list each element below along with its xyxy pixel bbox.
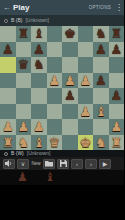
square-e8[interactable]: ♚ — [62, 26, 78, 42]
white-n-piece: ♞ — [95, 135, 107, 151]
square-g7[interactable]: ♟ — [93, 42, 109, 58]
square-e3[interactable] — [62, 104, 78, 120]
open-button[interactable] — [43, 159, 55, 169]
square-e7[interactable] — [62, 42, 78, 58]
black-p-piece: ♟ — [95, 42, 107, 58]
square-e1[interactable] — [62, 135, 78, 151]
new-button[interactable]: New — [31, 159, 41, 169]
black-p-piece: ♟ — [110, 88, 122, 104]
square-e4[interactable]: ♟ — [62, 88, 78, 104]
bottom-player-name: B (W) — [11, 151, 24, 156]
square-f5[interactable]: ♟ — [78, 73, 94, 89]
black-b-piece: ♝ — [33, 26, 45, 42]
square-g3[interactable]: ♝ — [93, 104, 109, 120]
bottom-player-bar: B (W) [Unknown] — [0, 150, 124, 157]
square-d2[interactable] — [47, 119, 63, 135]
square-b3[interactable] — [16, 104, 32, 120]
white-q-piece: ♛ — [48, 135, 60, 151]
square-f4[interactable] — [78, 88, 94, 104]
square-e6[interactable] — [62, 57, 78, 73]
square-c2[interactable]: ♟ — [31, 119, 47, 135]
collapse-button[interactable]: ∨ — [17, 159, 29, 169]
black-n-piece: ♞ — [33, 57, 45, 73]
square-a5[interactable] — [0, 73, 16, 89]
square-h7[interactable]: ♟ — [109, 42, 125, 58]
square-c6[interactable]: ♞ — [31, 57, 47, 73]
overflow-menu-icon[interactable]: ⋮ — [115, 3, 121, 12]
chess-app-screen: ← Play OPTIONS ⋮ B (B) [Unknown] ♜♝♚♞♜♟♟… — [0, 0, 124, 220]
square-a4[interactable] — [0, 88, 16, 104]
square-g5[interactable]: ♟ — [93, 73, 109, 89]
square-a2[interactable]: ♟ — [0, 119, 16, 135]
black-p-piece: ♟ — [110, 42, 122, 58]
white-k-piece: ♚ — [79, 135, 91, 151]
square-b1[interactable]: ♞ — [16, 135, 32, 151]
square-c4[interactable] — [31, 88, 47, 104]
captured-pieces-tray: ♟♝ — [0, 170, 124, 185]
square-d3[interactable] — [47, 104, 63, 120]
square-e2[interactable] — [62, 119, 78, 135]
square-a3[interactable] — [0, 104, 16, 120]
white-b-piece: ♝ — [33, 135, 45, 151]
square-b5[interactable] — [16, 73, 32, 89]
top-player-rating: [Unknown] — [25, 18, 49, 23]
top-player-name: B (B) — [11, 18, 22, 23]
square-g8[interactable]: ♞ — [93, 26, 109, 42]
white-n-piece: ♞ — [17, 135, 29, 151]
white-p-piece: ♟ — [33, 119, 45, 135]
game-toolbar: ∨New‹›▶ — [0, 157, 124, 170]
volume-button[interactable] — [3, 159, 15, 169]
back-icon[interactable]: ← — [3, 3, 13, 12]
square-d7[interactable] — [47, 42, 63, 58]
square-f3[interactable]: ♟ — [78, 104, 94, 120]
square-c8[interactable]: ♝ — [31, 26, 47, 42]
top-player-bar: B (B) [Unknown] — [0, 15, 124, 26]
square-f1[interactable]: ♚ — [78, 135, 94, 151]
square-d5[interactable]: ♟ — [47, 73, 63, 89]
white-side-disc-icon — [4, 152, 8, 156]
black-r-piece: ♜ — [110, 26, 122, 42]
square-h4[interactable]: ♟ — [109, 88, 125, 104]
captured-black-bishop: ♝ — [45, 170, 56, 184]
chess-board[interactable]: ♜♝♚♞♜♟♟♟♟♛♞♟♟♟♟♟♟♟♝♟♟♟♟♜♞♝♛♚♞♜ — [0, 26, 124, 150]
square-a7[interactable]: ♟ — [0, 42, 16, 58]
speaker-icon — [5, 160, 13, 167]
black-k-piece: ♚ — [64, 26, 76, 42]
white-r-piece: ♜ — [110, 135, 122, 151]
white-p-piece: ♟ — [64, 73, 76, 89]
save-button[interactable] — [57, 159, 69, 169]
bottom-black-area — [0, 185, 124, 220]
square-d4[interactable] — [47, 88, 63, 104]
square-b2[interactable]: ♟ — [16, 119, 32, 135]
floppy-icon — [60, 160, 67, 167]
square-f6[interactable] — [78, 57, 94, 73]
square-c1[interactable]: ♝ — [31, 135, 47, 151]
white-p-piece: ♟ — [17, 119, 29, 135]
captured-black-pawn: ♟ — [17, 170, 28, 184]
page-title: Play — [13, 3, 89, 12]
black-p-piece: ♟ — [95, 73, 107, 89]
square-c3[interactable] — [31, 104, 47, 120]
next-move-button[interactable]: › — [85, 159, 97, 169]
square-h3[interactable] — [109, 104, 125, 120]
square-h6[interactable] — [109, 57, 125, 73]
square-c7[interactable]: ♟ — [31, 42, 47, 58]
white-b-piece: ♝ — [95, 104, 107, 120]
black-p-piece: ♟ — [33, 42, 45, 58]
white-p-piece: ♟ — [2, 119, 14, 135]
play-button[interactable]: ▶ — [99, 159, 111, 169]
bottom-player-rating: [Unknown] — [27, 151, 51, 156]
square-d8[interactable] — [47, 26, 63, 42]
black-p-piece: ♟ — [2, 42, 14, 58]
options-button[interactable]: OPTIONS — [89, 5, 111, 10]
folder-icon — [45, 160, 53, 167]
square-e5[interactable]: ♟ — [62, 73, 78, 89]
square-d6[interactable] — [47, 57, 63, 73]
black-p-piece: ♟ — [64, 88, 76, 104]
square-c5[interactable] — [31, 73, 47, 89]
square-h2[interactable]: ♟ — [109, 119, 125, 135]
square-d1[interactable]: ♛ — [47, 135, 63, 151]
square-h8[interactable]: ♜ — [109, 26, 125, 42]
square-g4[interactable] — [93, 88, 109, 104]
black-n-piece: ♞ — [95, 26, 107, 42]
white-p-piece: ♟ — [79, 73, 91, 89]
square-f7[interactable] — [78, 42, 94, 58]
square-h1[interactable]: ♜ — [109, 135, 125, 151]
square-f2[interactable] — [78, 119, 94, 135]
prev-move-button[interactable]: ‹ — [71, 159, 83, 169]
square-b8[interactable]: ♜ — [16, 26, 32, 42]
square-g1[interactable]: ♞ — [93, 135, 109, 151]
square-g2[interactable] — [93, 119, 109, 135]
square-b4[interactable] — [16, 88, 32, 104]
square-h5[interactable] — [109, 73, 125, 89]
black-q-piece: ♛ — [17, 57, 29, 73]
white-p-piece: ♟ — [110, 119, 122, 135]
app-bar: ← Play OPTIONS ⋮ — [0, 0, 124, 15]
black-r-piece: ♜ — [17, 26, 29, 42]
square-a1[interactable]: ♜ — [0, 135, 16, 151]
square-g6[interactable] — [93, 57, 109, 73]
white-p-piece: ♟ — [48, 73, 60, 89]
square-a6[interactable] — [0, 57, 16, 73]
white-p-piece: ♟ — [79, 104, 91, 120]
square-f8[interactable] — [78, 26, 94, 42]
square-b7[interactable] — [16, 42, 32, 58]
white-r-piece: ♜ — [2, 135, 14, 151]
square-b6[interactable]: ♛ — [16, 57, 32, 73]
square-a8[interactable] — [0, 26, 16, 42]
black-side-disc-icon — [4, 19, 8, 23]
